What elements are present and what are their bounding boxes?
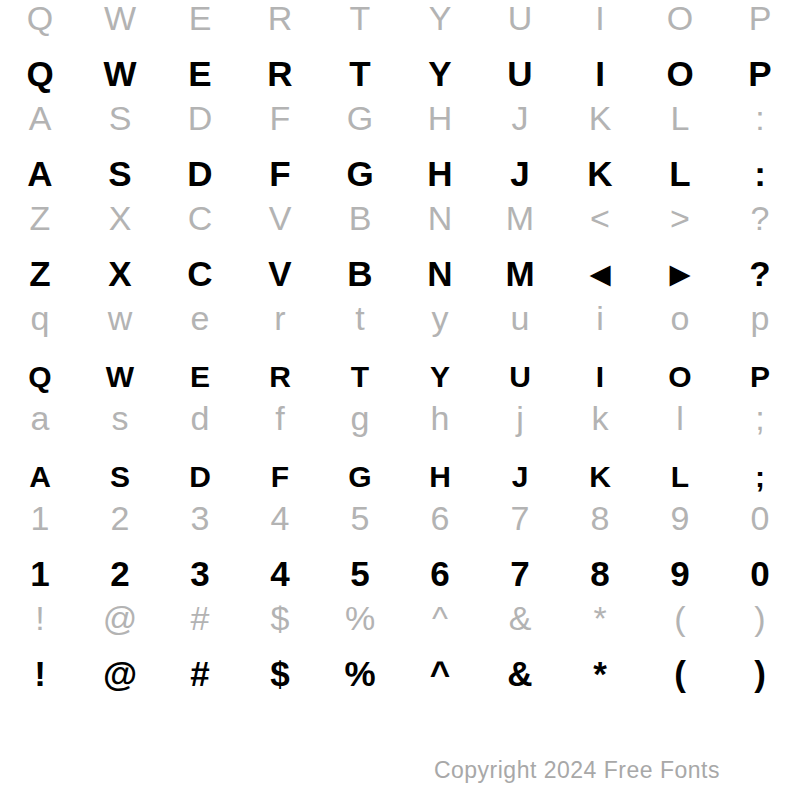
glyph-cell: ? bbox=[720, 198, 800, 238]
glyph-cell: R bbox=[240, 54, 320, 94]
glyph-cell: F bbox=[240, 154, 320, 194]
glyph-cell: > bbox=[640, 198, 720, 238]
glyph-cell: D bbox=[160, 457, 240, 497]
glyph-cell: $ bbox=[240, 598, 320, 638]
glyph-cell: N bbox=[400, 198, 480, 238]
glyph-cell: G bbox=[320, 457, 400, 497]
glyph-cell: ) bbox=[720, 654, 800, 694]
glyph-cell: S bbox=[80, 154, 160, 194]
glyph-cell: j bbox=[480, 398, 560, 438]
specimen-section-3: qwertyuiopQWERTYUIOP bbox=[0, 300, 800, 400]
glyph-cell: M bbox=[480, 198, 560, 238]
glyph-cell: A bbox=[0, 98, 80, 138]
font-specimen-page: { "game": "font-specimen-character-map",… bbox=[0, 0, 800, 800]
glyph-cell: L bbox=[640, 154, 720, 194]
glyph-cell: 5 bbox=[320, 554, 400, 594]
glyph-cell: Q bbox=[0, 357, 80, 397]
glyph-cell: H bbox=[400, 154, 480, 194]
glyph-cell: ? bbox=[720, 254, 800, 294]
glyph-cell: K bbox=[560, 457, 640, 497]
glyph-cell: : bbox=[720, 98, 800, 138]
glyph-cell: ( bbox=[640, 598, 720, 638]
glyph-cell: 4 bbox=[240, 554, 320, 594]
glyph-cell: Y bbox=[400, 0, 480, 38]
glyph-cell: U bbox=[480, 0, 560, 38]
glyph-cell: ; bbox=[720, 457, 800, 497]
glyph-cell: a bbox=[0, 398, 80, 438]
specimen-row-muted-2: ZXCVBNM<>? bbox=[0, 198, 800, 238]
glyph-cell: ! bbox=[0, 598, 80, 638]
glyph-cell: 5 bbox=[320, 498, 400, 538]
glyph-cell: ◄ bbox=[560, 254, 640, 294]
glyph-cell: D bbox=[160, 154, 240, 194]
glyph-cell: 1 bbox=[0, 498, 80, 538]
glyph-cell: D bbox=[160, 98, 240, 138]
glyph-cell: X bbox=[80, 254, 160, 294]
specimen-section-6: !@#$%^&*()!@#$%^&*() bbox=[0, 600, 800, 700]
glyph-cell: E bbox=[160, 0, 240, 38]
specimen-section-5: 12345678901234567890 bbox=[0, 500, 800, 600]
glyph-cell: t bbox=[320, 298, 400, 338]
specimen-row-muted-0: QWERTYUIOP bbox=[0, 0, 800, 38]
glyph-cell: ( bbox=[640, 654, 720, 694]
glyph-cell: i bbox=[560, 298, 640, 338]
glyph-cell: 7 bbox=[480, 554, 560, 594]
glyph-cell: Y bbox=[400, 357, 480, 397]
glyph-cell: 3 bbox=[160, 554, 240, 594]
glyph-cell: q bbox=[0, 298, 80, 338]
glyph-cell: W bbox=[80, 357, 160, 397]
glyph-cell: Z bbox=[0, 198, 80, 238]
specimen-row-strong-3: QWERTYUIOP bbox=[0, 357, 800, 397]
specimen-row-strong-1: ASDFGHJKL: bbox=[0, 154, 800, 194]
glyph-cell: 1 bbox=[0, 554, 80, 594]
glyph-cell: 7 bbox=[480, 498, 560, 538]
glyph-cell: 8 bbox=[560, 554, 640, 594]
glyph-cell: V bbox=[240, 254, 320, 294]
glyph-cell: u bbox=[480, 298, 560, 338]
glyph-cell: T bbox=[320, 357, 400, 397]
glyph-cell: L bbox=[640, 457, 720, 497]
glyph-cell: l bbox=[640, 398, 720, 438]
glyph-cell: : bbox=[720, 154, 800, 194]
glyph-cell: ^ bbox=[400, 654, 480, 694]
glyph-cell: ) bbox=[720, 598, 800, 638]
glyph-cell: R bbox=[240, 0, 320, 38]
specimen-sheet: QWERTYUIOPQWERTYUIOPASDFGHJKL:ASDFGHJKL:… bbox=[0, 0, 800, 800]
glyph-cell: A bbox=[0, 457, 80, 497]
glyph-cell: y bbox=[400, 298, 480, 338]
glyph-cell: U bbox=[480, 357, 560, 397]
glyph-cell: ► bbox=[640, 254, 720, 294]
glyph-cell: r bbox=[240, 298, 320, 338]
glyph-cell: Z bbox=[0, 254, 80, 294]
specimen-row-muted-1: ASDFGHJKL: bbox=[0, 98, 800, 138]
glyph-cell: U bbox=[480, 54, 560, 94]
glyph-cell: G bbox=[320, 154, 400, 194]
glyph-cell: o bbox=[640, 298, 720, 338]
glyph-cell: Q bbox=[0, 0, 80, 38]
glyph-cell: K bbox=[560, 98, 640, 138]
glyph-cell: 6 bbox=[400, 554, 480, 594]
glyph-cell: & bbox=[480, 654, 560, 694]
glyph-cell: J bbox=[480, 98, 560, 138]
glyph-cell: R bbox=[240, 357, 320, 397]
glyph-cell: W bbox=[80, 54, 160, 94]
glyph-cell: % bbox=[320, 598, 400, 638]
specimen-section-0: QWERTYUIOPQWERTYUIOP bbox=[0, 0, 800, 100]
glyph-cell: k bbox=[560, 398, 640, 438]
specimen-row-strong-5: 1234567890 bbox=[0, 554, 800, 594]
glyph-cell: & bbox=[480, 598, 560, 638]
glyph-cell: Q bbox=[0, 54, 80, 94]
glyph-cell: ^ bbox=[400, 598, 480, 638]
glyph-cell: P bbox=[720, 0, 800, 38]
glyph-cell: B bbox=[320, 254, 400, 294]
glyph-cell: % bbox=[320, 654, 400, 694]
glyph-cell: T bbox=[320, 54, 400, 94]
specimen-section-2: ZXCVBNM<>?ZXCVBNM◄►? bbox=[0, 200, 800, 300]
glyph-cell: E bbox=[160, 54, 240, 94]
glyph-cell: C bbox=[160, 254, 240, 294]
specimen-section-1: ASDFGHJKL:ASDFGHJKL: bbox=[0, 100, 800, 200]
glyph-cell: p bbox=[720, 298, 800, 338]
glyph-cell: T bbox=[320, 0, 400, 38]
glyph-cell: ! bbox=[0, 654, 80, 694]
glyph-cell: C bbox=[160, 198, 240, 238]
glyph-cell: # bbox=[160, 654, 240, 694]
specimen-row-muted-3: qwertyuiop bbox=[0, 298, 800, 338]
glyph-cell: 9 bbox=[640, 554, 720, 594]
glyph-cell: * bbox=[560, 598, 640, 638]
glyph-cell: $ bbox=[240, 654, 320, 694]
specimen-row-strong-0: QWERTYUIOP bbox=[0, 54, 800, 94]
glyph-cell: I bbox=[560, 357, 640, 397]
glyph-cell: A bbox=[0, 154, 80, 194]
specimen-row-strong-4: ASDFGHJKL; bbox=[0, 457, 800, 497]
glyph-cell: O bbox=[640, 0, 720, 38]
glyph-cell: X bbox=[80, 198, 160, 238]
glyph-cell: J bbox=[480, 457, 560, 497]
glyph-cell: H bbox=[400, 98, 480, 138]
glyph-cell: K bbox=[560, 154, 640, 194]
specimen-row-strong-2: ZXCVBNM◄►? bbox=[0, 254, 800, 294]
glyph-cell: V bbox=[240, 198, 320, 238]
glyph-cell: N bbox=[400, 254, 480, 294]
glyph-cell: 2 bbox=[80, 554, 160, 594]
glyph-cell: 6 bbox=[400, 498, 480, 538]
glyph-cell: d bbox=[160, 398, 240, 438]
glyph-cell: S bbox=[80, 98, 160, 138]
glyph-cell: S bbox=[80, 457, 160, 497]
glyph-cell: P bbox=[720, 357, 800, 397]
glyph-cell: < bbox=[560, 198, 640, 238]
glyph-cell: 8 bbox=[560, 498, 640, 538]
glyph-cell: ; bbox=[720, 398, 800, 438]
glyph-cell: 3 bbox=[160, 498, 240, 538]
glyph-cell: I bbox=[560, 54, 640, 94]
glyph-cell: B bbox=[320, 198, 400, 238]
glyph-cell: O bbox=[640, 54, 720, 94]
glyph-cell: * bbox=[560, 654, 640, 694]
glyph-cell: F bbox=[240, 457, 320, 497]
glyph-cell: f bbox=[240, 398, 320, 438]
glyph-cell: 0 bbox=[720, 554, 800, 594]
glyph-cell: w bbox=[80, 298, 160, 338]
glyph-cell: 0 bbox=[720, 498, 800, 538]
glyph-cell: F bbox=[240, 98, 320, 138]
copyright-text: Copyright 2024 Free Fonts bbox=[434, 757, 720, 784]
glyph-cell: g bbox=[320, 398, 400, 438]
glyph-cell: @ bbox=[80, 598, 160, 638]
glyph-cell: W bbox=[80, 0, 160, 38]
glyph-cell: M bbox=[480, 254, 560, 294]
glyph-cell: P bbox=[720, 54, 800, 94]
glyph-cell: E bbox=[160, 357, 240, 397]
glyph-cell: G bbox=[320, 98, 400, 138]
specimen-row-muted-5: 1234567890 bbox=[0, 498, 800, 538]
glyph-cell: 4 bbox=[240, 498, 320, 538]
specimen-row-muted-6: !@#$%^&*() bbox=[0, 598, 800, 638]
glyph-cell: 2 bbox=[80, 498, 160, 538]
glyph-cell: J bbox=[480, 154, 560, 194]
glyph-cell: 9 bbox=[640, 498, 720, 538]
specimen-row-muted-4: asdfghjkl; bbox=[0, 398, 800, 438]
glyph-cell: # bbox=[160, 598, 240, 638]
glyph-cell: e bbox=[160, 298, 240, 338]
glyph-cell: I bbox=[560, 0, 640, 38]
glyph-cell: Y bbox=[400, 54, 480, 94]
specimen-row-strong-6: !@#$%^&*() bbox=[0, 654, 800, 694]
glyph-cell: s bbox=[80, 398, 160, 438]
glyph-cell: O bbox=[640, 357, 720, 397]
specimen-section-4: asdfghjkl;ASDFGHJKL; bbox=[0, 400, 800, 500]
glyph-cell: h bbox=[400, 398, 480, 438]
glyph-cell: H bbox=[400, 457, 480, 497]
glyph-cell: L bbox=[640, 98, 720, 138]
glyph-cell: @ bbox=[80, 654, 160, 694]
